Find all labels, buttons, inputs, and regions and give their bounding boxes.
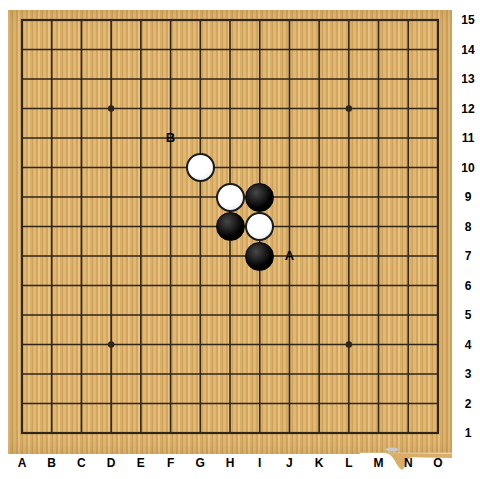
star-point-d4 <box>108 341 114 347</box>
grid-lines <box>0 0 480 479</box>
star-point-l4 <box>346 341 352 347</box>
page-curl <box>360 440 480 479</box>
star-point-l12 <box>346 105 352 111</box>
star-point-d12 <box>108 105 114 111</box>
gomoku-board-diagram: AB ABCDEFGHIJKLMNO151413121110987654321 <box>0 0 480 479</box>
